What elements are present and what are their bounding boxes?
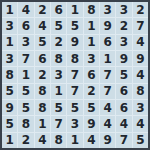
grid-cell[interactable]: 5 xyxy=(133,133,148,148)
grid-cell[interactable]: 5 xyxy=(2,84,17,99)
grid-cell[interactable]: 1 xyxy=(67,133,82,148)
grid-cell[interactable]: 2 xyxy=(35,67,50,82)
grid-cell[interactable]: 4 xyxy=(133,35,148,50)
grid-cell[interactable]: 4 xyxy=(116,116,131,131)
grid-cell[interactable]: 5 xyxy=(35,35,50,50)
grid-cell[interactable]: 8 xyxy=(35,84,50,99)
grid-cell[interactable]: 1 xyxy=(35,116,50,131)
grid-cell[interactable]: 1 xyxy=(84,18,99,33)
grid-cell[interactable]: 2 xyxy=(18,133,33,148)
grid-cell[interactable]: 1 xyxy=(67,2,82,17)
grid-cell[interactable]: 5 xyxy=(116,67,131,82)
grid-cell[interactable]: 7 xyxy=(67,67,82,82)
grid-cell[interactable]: 9 xyxy=(133,51,148,66)
grid-cell[interactable]: 6 xyxy=(35,51,50,66)
grid-cell[interactable]: 5 xyxy=(18,100,33,115)
grid-cell[interactable]: 1 xyxy=(51,84,66,99)
grid-cell[interactable]: 6 xyxy=(116,100,131,115)
grid-cell[interactable]: 2 xyxy=(84,84,99,99)
grid-cell[interactable]: 7 xyxy=(67,84,82,99)
grid-cell[interactable]: 1 xyxy=(18,67,33,82)
grid-cell[interactable]: 7 xyxy=(133,18,148,33)
grid-cell[interactable]: 7 xyxy=(18,51,33,66)
grid-cell[interactable]: 8 xyxy=(2,67,17,82)
grid-cell[interactable]: 5 xyxy=(51,18,66,33)
grid-cell[interactable]: 1 xyxy=(2,35,17,50)
grid-cell[interactable]: 2 xyxy=(116,18,131,33)
grid-cell[interactable]: 5 xyxy=(51,100,66,115)
grid-cell[interactable]: 6 xyxy=(84,67,99,82)
grid-cell[interactable]: 9 xyxy=(116,51,131,66)
grid-cell[interactable]: 6 xyxy=(51,2,66,17)
grid-cell[interactable]: 8 xyxy=(51,133,66,148)
grid-cell[interactable]: 7 xyxy=(116,133,131,148)
grid-cell[interactable]: 4 xyxy=(18,2,33,17)
grid-cell[interactable]: 1 xyxy=(2,133,17,148)
grid-cell[interactable]: 4 xyxy=(133,67,148,82)
grid-cell[interactable]: 6 xyxy=(18,18,33,33)
grid-cell[interactable]: 2 xyxy=(51,35,66,50)
grid-cell[interactable]: 4 xyxy=(84,133,99,148)
grid-cell[interactable]: 5 xyxy=(84,100,99,115)
grid-cell[interactable]: 5 xyxy=(2,116,17,131)
grid-cell[interactable]: 6 xyxy=(100,35,115,50)
grid-cell[interactable]: 4 xyxy=(100,116,115,131)
grid-cell[interactable]: 3 xyxy=(51,67,66,82)
grid-cell[interactable]: 9 xyxy=(2,100,17,115)
grid-cell[interactable]: 1 xyxy=(84,35,99,50)
grid-cell[interactable]: 9 xyxy=(100,18,115,33)
grid-cell[interactable]: 3 xyxy=(2,18,17,33)
grid-cell[interactable]: 9 xyxy=(100,133,115,148)
grid-cell[interactable]: 1 xyxy=(2,2,17,17)
grid-cell[interactable]: 7 xyxy=(100,67,115,82)
grid-cell[interactable]: 7 xyxy=(51,116,66,131)
grid-cell[interactable]: 3 xyxy=(116,35,131,50)
puzzle-board: 1426183323645519271352916343768831998123… xyxy=(0,0,150,150)
grid-cell[interactable]: 1 xyxy=(100,51,115,66)
grid-cell[interactable]: 4 xyxy=(35,133,50,148)
grid-cell[interactable]: 3 xyxy=(133,100,148,115)
grid-cell[interactable]: 8 xyxy=(35,100,50,115)
grid-cell[interactable]: 3 xyxy=(100,2,115,17)
grid-cell[interactable]: 9 xyxy=(84,116,99,131)
grid-cell[interactable]: 8 xyxy=(67,51,82,66)
grid-cell[interactable]: 4 xyxy=(100,100,115,115)
grid-cell[interactable]: 9 xyxy=(67,35,82,50)
grid-cell[interactable]: 3 xyxy=(2,51,17,66)
grid-cell[interactable]: 5 xyxy=(18,84,33,99)
grid-cell[interactable]: 5 xyxy=(67,18,82,33)
grid-cell[interactable]: 3 xyxy=(67,116,82,131)
grid-cell[interactable]: 6 xyxy=(116,84,131,99)
grid-cell[interactable]: 8 xyxy=(51,51,66,66)
grid-cell[interactable]: 3 xyxy=(84,51,99,66)
grid-cell[interactable]: 3 xyxy=(116,2,131,17)
grid-cell[interactable]: 8 xyxy=(133,84,148,99)
grid-cell[interactable]: 2 xyxy=(35,2,50,17)
grid-cell[interactable]: 3 xyxy=(18,35,33,50)
grid-cell[interactable]: 2 xyxy=(133,2,148,17)
grid-cell[interactable]: 8 xyxy=(18,116,33,131)
grid-cell[interactable]: 4 xyxy=(35,18,50,33)
grid-cell[interactable]: 4 xyxy=(133,116,148,131)
grid-cell[interactable]: 5 xyxy=(67,100,82,115)
grid-cell[interactable]: 8 xyxy=(84,2,99,17)
grid-cell[interactable]: 7 xyxy=(100,84,115,99)
